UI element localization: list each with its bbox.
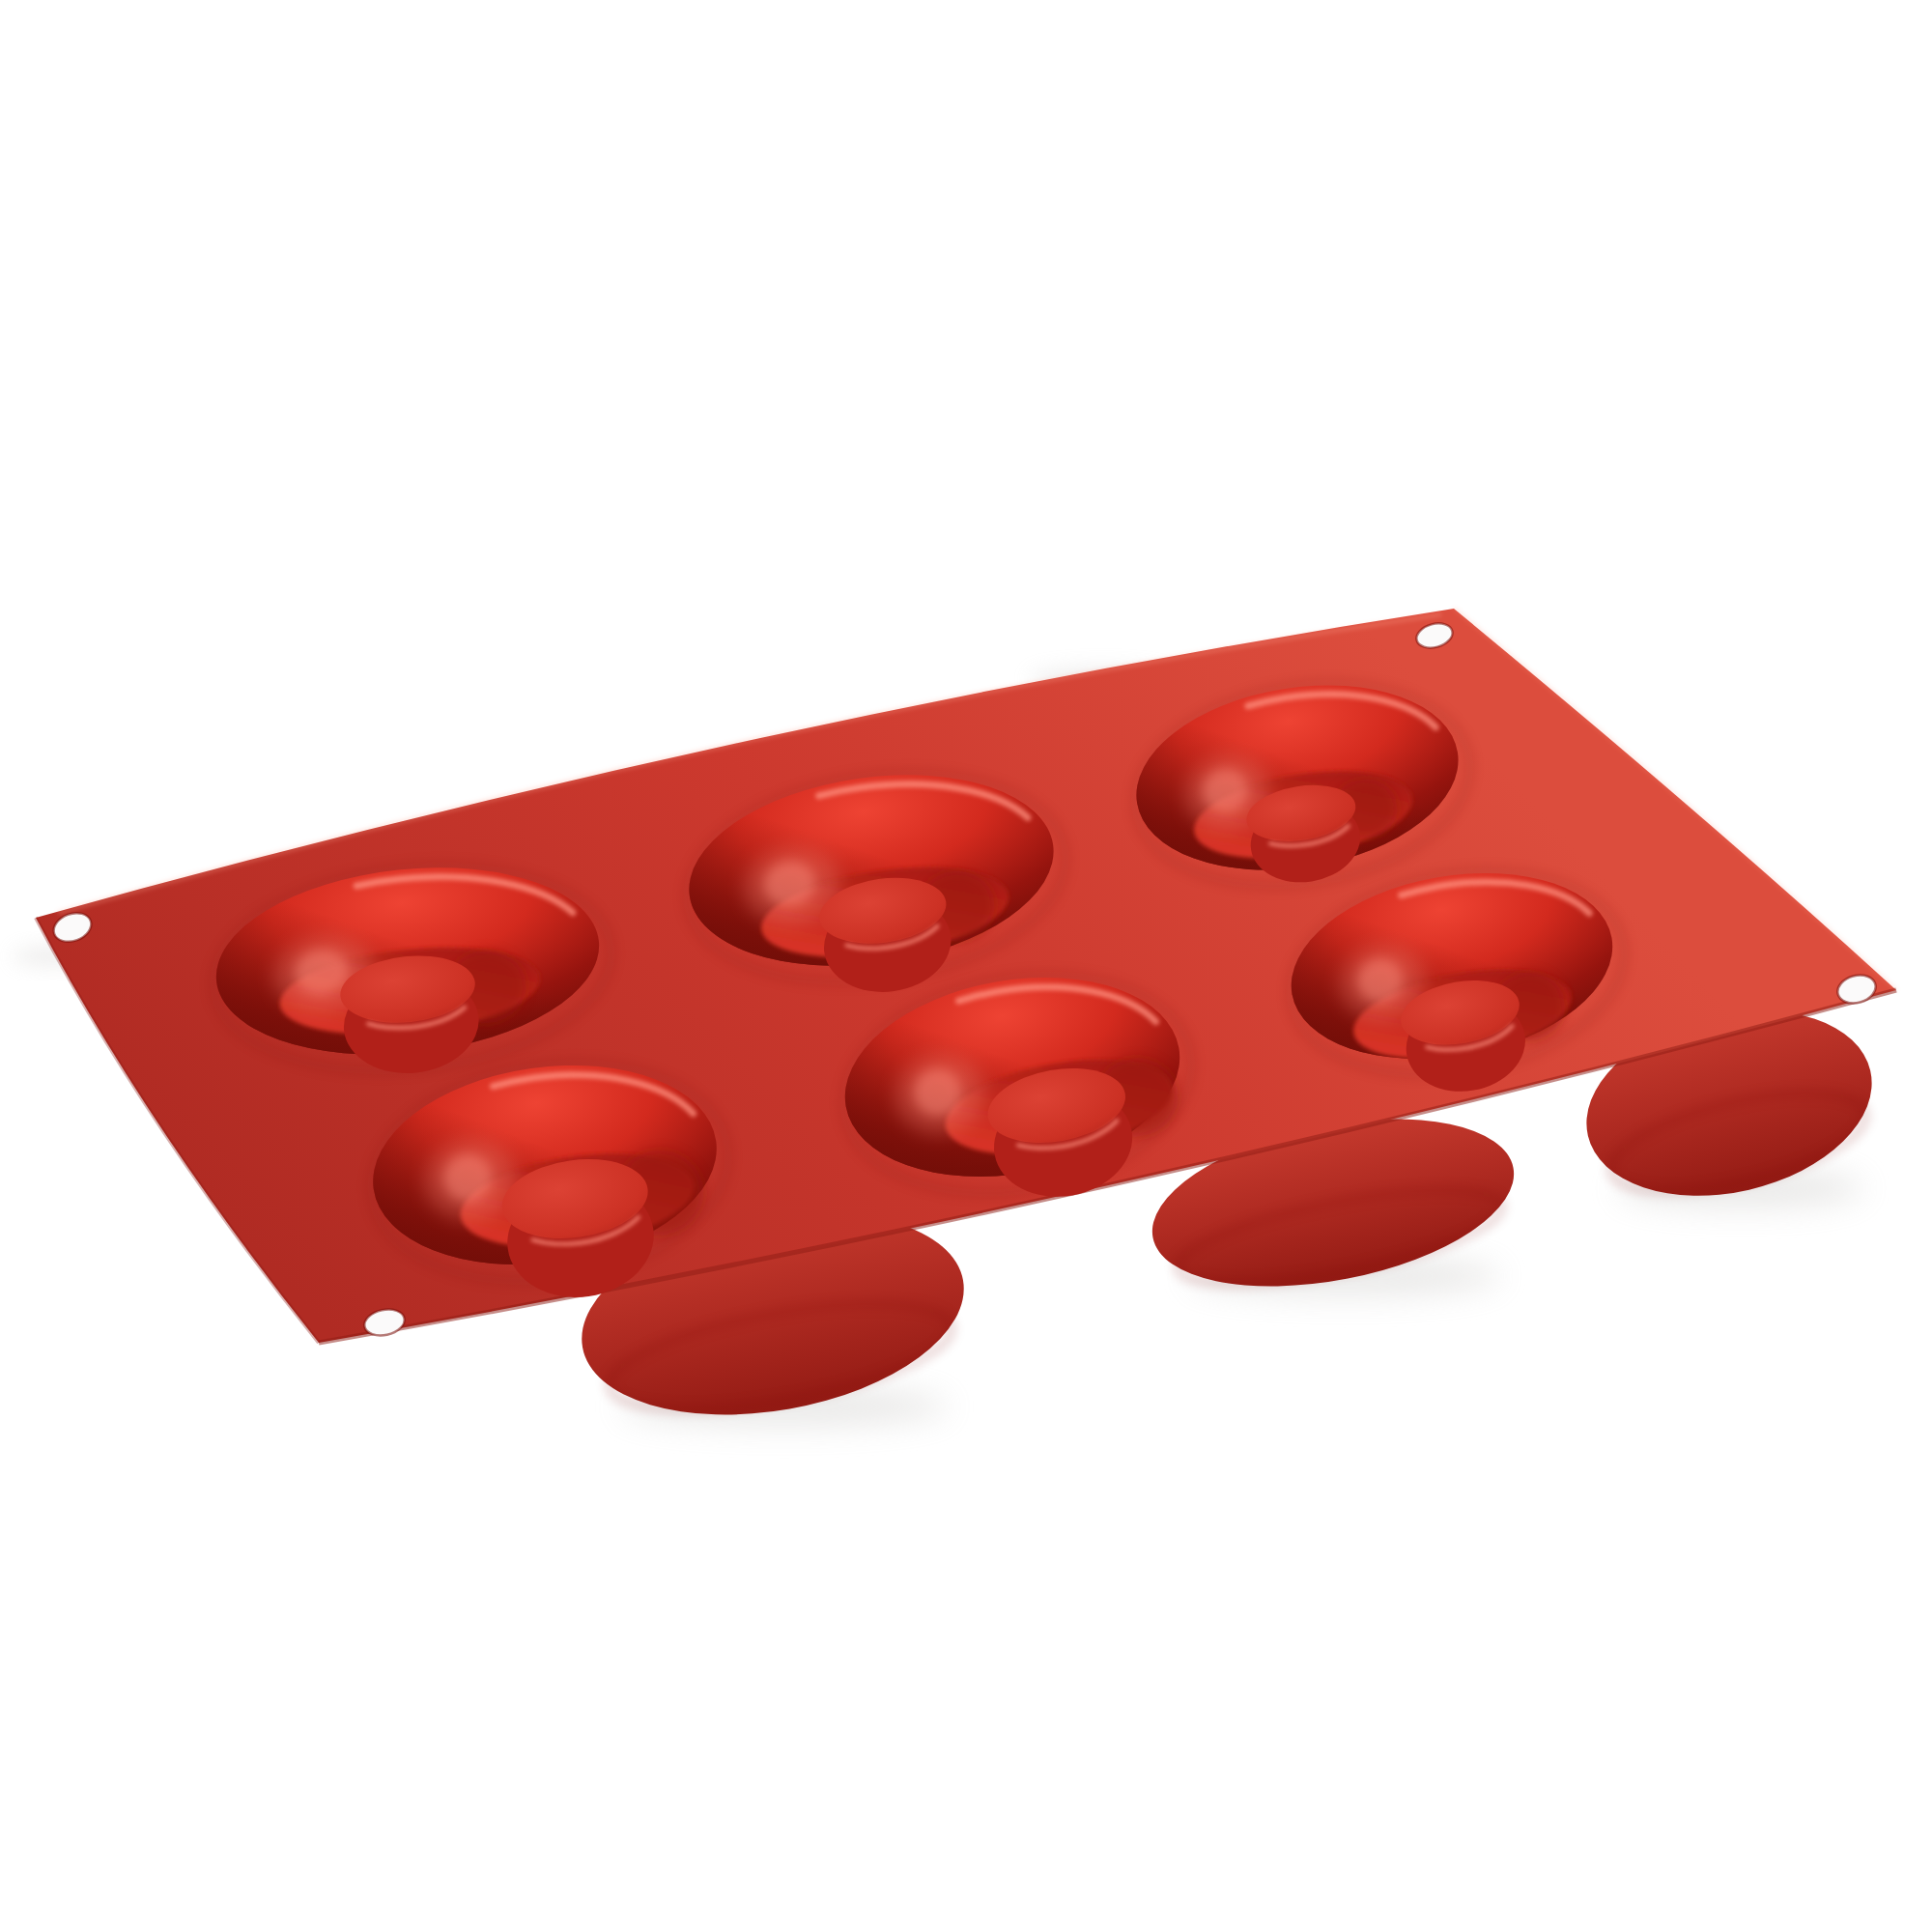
product-photo-stage: Red flexible silicone baking mold with 6… [0, 0, 1932, 1932]
silicone-mold-product-image [0, 0, 1932, 1932]
